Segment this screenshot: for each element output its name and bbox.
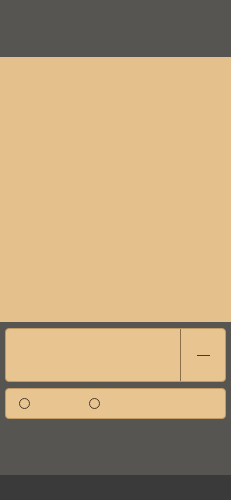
board[interactable] xyxy=(0,57,231,322)
tray-actions xyxy=(180,329,225,381)
red-first-radio[interactable] xyxy=(19,398,30,409)
black-first-radio[interactable] xyxy=(89,398,100,409)
status-bar xyxy=(0,0,231,14)
controls-bar xyxy=(5,388,226,419)
piece-tray[interactable] xyxy=(5,328,226,382)
android-nav-bar xyxy=(0,475,231,500)
board-grid xyxy=(0,57,231,322)
app-bar xyxy=(0,14,231,44)
tray-divider xyxy=(197,355,210,356)
red-first-option[interactable] xyxy=(19,398,37,409)
black-first-option[interactable] xyxy=(89,398,107,409)
